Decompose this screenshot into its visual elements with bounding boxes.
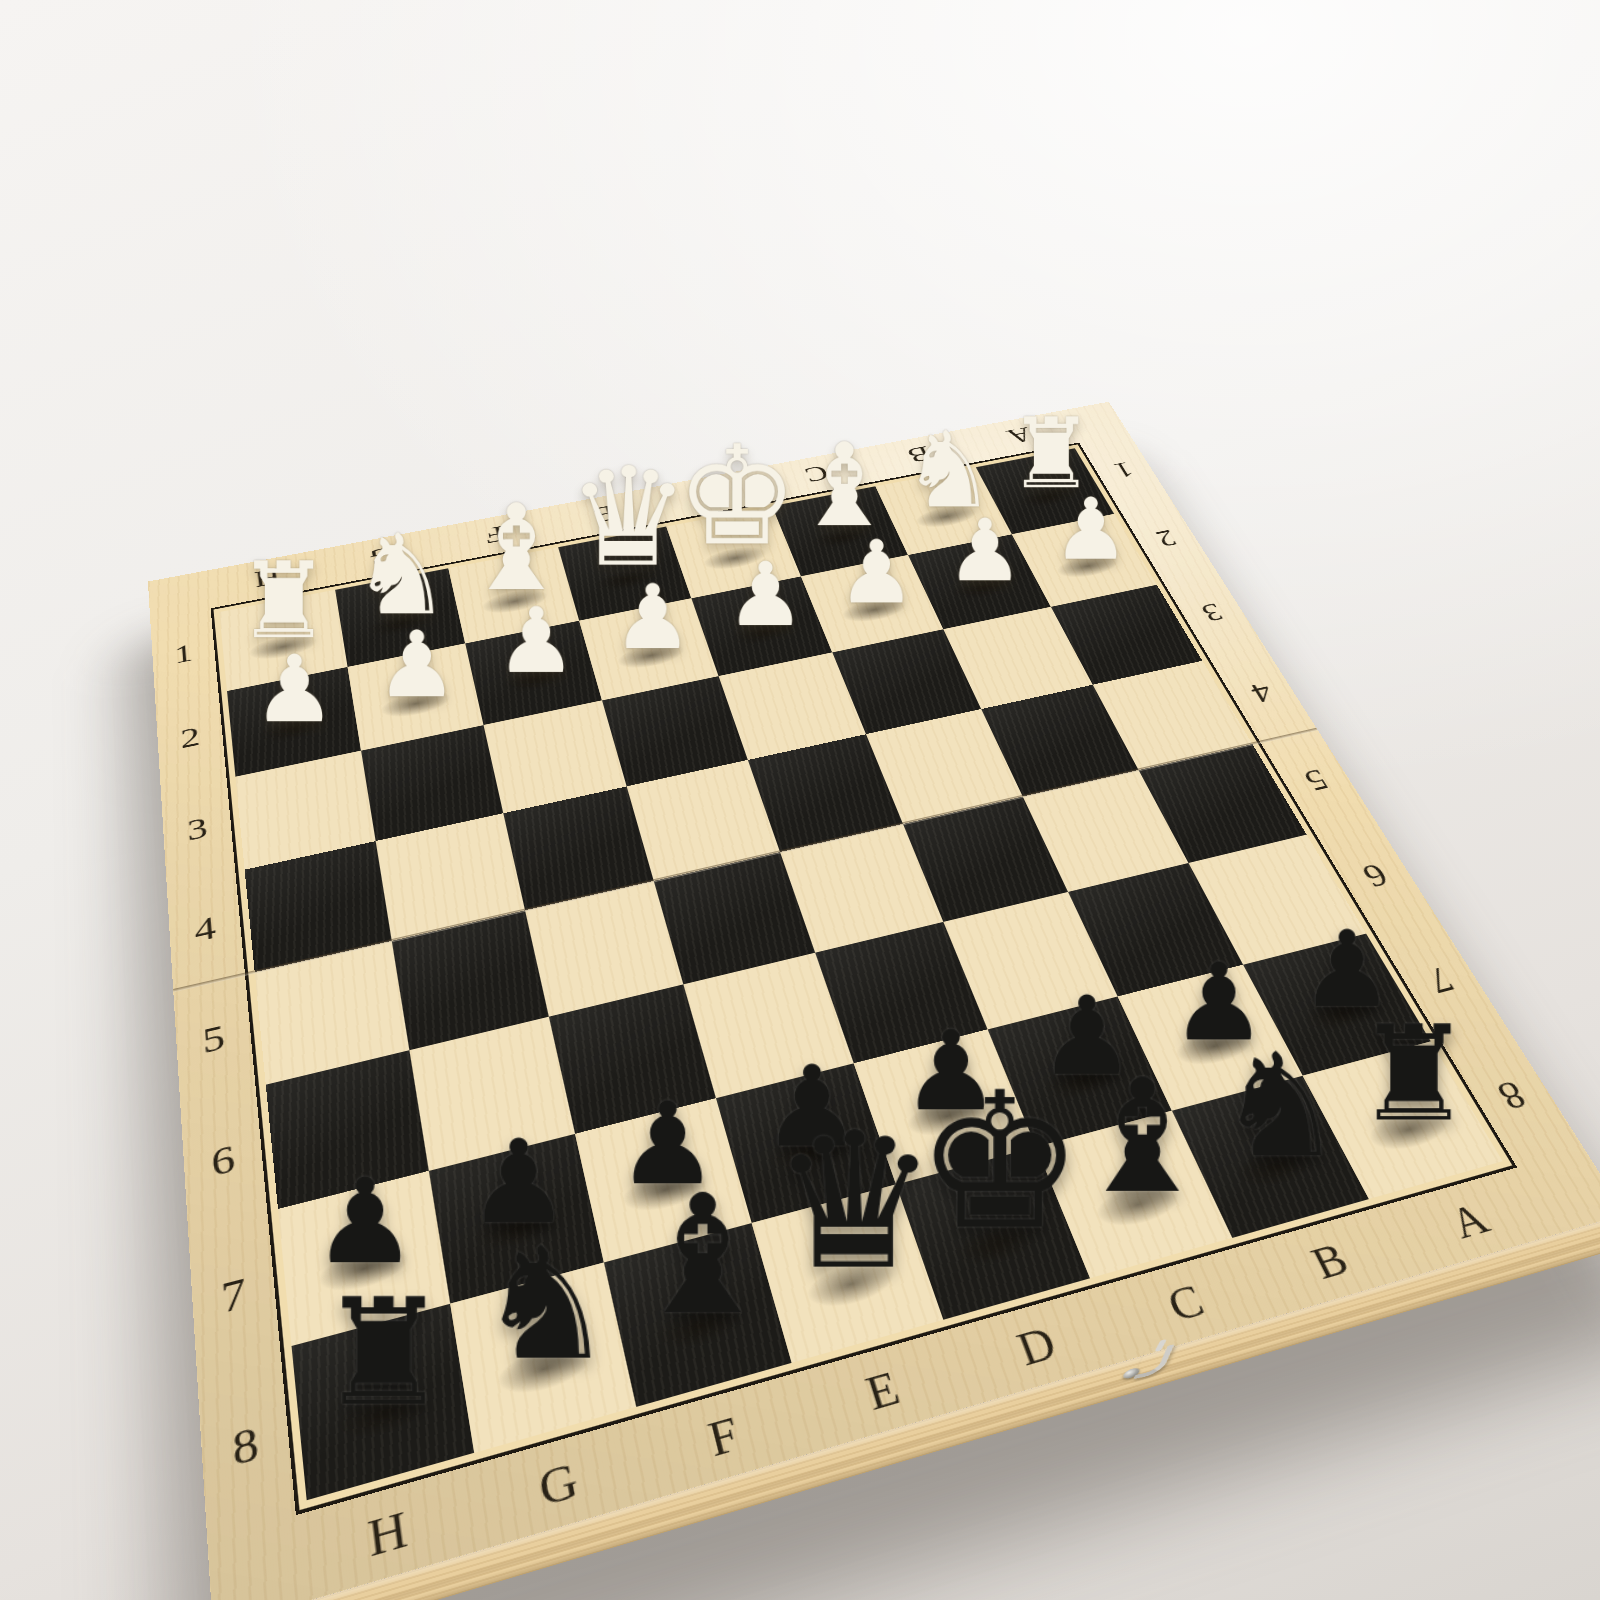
square-g8: ♞ bbox=[450, 1263, 636, 1453]
chess-board: HGFEDCBA HGFEDCBA 12345678 12345678 ♜♞♝♛… bbox=[148, 402, 1600, 1600]
piece-black-bishop-c8: ♝ bbox=[1072, 1059, 1213, 1216]
piece-black-rook-h8: ♜ bbox=[319, 1279, 451, 1426]
piece-white-pawn-f2: ♟ bbox=[496, 596, 577, 686]
square-c4 bbox=[866, 709, 1022, 824]
square-d1: ♚ bbox=[666, 506, 800, 598]
piece-contact-shadow bbox=[687, 537, 783, 580]
piece-contact-shadow bbox=[484, 655, 585, 703]
coordinate-label-G: G bbox=[322, 528, 443, 586]
piece-black-pawn-h7: ♟ bbox=[313, 1162, 418, 1280]
square-b4 bbox=[981, 685, 1139, 797]
coordinate-label-6: 6 bbox=[180, 1089, 267, 1236]
clasp-hook-icon bbox=[1133, 1344, 1174, 1379]
piece-white-pawn-e2: ♟ bbox=[612, 573, 692, 662]
file-labels-top: HGFEDCBA bbox=[207, 411, 1079, 608]
piece-white-pawn-b2: ♟ bbox=[946, 507, 1023, 593]
square-d2: ♟ bbox=[691, 576, 832, 675]
piece-contact-shadow bbox=[794, 517, 889, 559]
square-c1: ♝ bbox=[772, 486, 908, 576]
coordinate-label-F: F bbox=[435, 507, 555, 564]
square-h2: ♟ bbox=[227, 667, 361, 777]
square-f1: ♝ bbox=[448, 547, 579, 643]
piece-contact-shadow bbox=[899, 497, 994, 538]
square-f3 bbox=[483, 700, 627, 814]
piece-black-king-d8: ♚ bbox=[916, 1067, 1084, 1255]
square-f2: ♟ bbox=[465, 621, 602, 725]
piece-white-pawn-c2: ♟ bbox=[838, 529, 916, 616]
piece-contact-shadow bbox=[1038, 545, 1136, 588]
piece-contact-shadow bbox=[824, 588, 923, 633]
piece-black-rook-a8: ♜ bbox=[1355, 1008, 1473, 1140]
coordinate-label-5: 5 bbox=[1260, 729, 1375, 834]
piece-black-knight-g8: ♞ bbox=[477, 1226, 616, 1381]
square-b2: ♟ bbox=[908, 534, 1051, 629]
square-b3 bbox=[943, 607, 1093, 710]
square-h1: ♜ bbox=[219, 590, 347, 691]
square-g1: ♞ bbox=[335, 568, 465, 667]
coordinate-label-2: 2 bbox=[155, 688, 226, 789]
square-f5 bbox=[525, 881, 684, 1017]
coordinate-label-E: E bbox=[545, 487, 665, 542]
piece-black-knight-b8: ♞ bbox=[1216, 1034, 1344, 1177]
square-e2: ♟ bbox=[579, 598, 718, 700]
square-g2: ♟ bbox=[347, 643, 483, 750]
coordinate-label-C: C bbox=[758, 448, 877, 501]
square-h3 bbox=[235, 750, 375, 870]
photo-scene: HGFEDCBA HGFEDCBA 12345678 12345678 ♜♞♝♛… bbox=[0, 0, 1600, 1600]
coordinate-label-4: 4 bbox=[1209, 646, 1317, 742]
coordinate-label-A: A bbox=[961, 411, 1079, 462]
square-g3 bbox=[361, 725, 503, 841]
piece-contact-shadow bbox=[234, 624, 332, 671]
coordinate-label-3: 3 bbox=[1162, 569, 1264, 658]
piece-contact-shadow bbox=[365, 679, 467, 729]
piece-black-queen-e8: ♛ bbox=[769, 1107, 938, 1295]
piece-contact-shadow bbox=[933, 566, 1032, 610]
coordinate-label-D: D bbox=[653, 467, 772, 521]
piece-black-bishop-f8: ♝ bbox=[629, 1173, 776, 1337]
coordinate-label-H: H bbox=[207, 549, 328, 608]
square-f4 bbox=[503, 787, 654, 911]
coordinate-label-1: 1 bbox=[150, 608, 218, 700]
square-c2: ♟ bbox=[801, 555, 943, 652]
square-e3 bbox=[602, 676, 748, 787]
square-b1: ♞ bbox=[875, 467, 1012, 555]
piece-contact-shadow bbox=[1001, 477, 1095, 517]
coordinate-label-2: 2 bbox=[1119, 499, 1215, 581]
coordinate-label-7: 7 bbox=[188, 1216, 281, 1380]
piece-contact-shadow bbox=[600, 632, 701, 679]
coordinate-label-5: 5 bbox=[173, 974, 256, 1107]
piece-contact-shadow bbox=[578, 558, 675, 602]
coordinate-label-3: 3 bbox=[161, 775, 235, 885]
coordinate-label-8: 8 bbox=[197, 1357, 296, 1540]
square-d4 bbox=[748, 734, 903, 852]
square-d3 bbox=[718, 652, 865, 760]
piece-contact-shadow bbox=[243, 703, 346, 754]
piece-contact-shadow bbox=[714, 610, 814, 656]
square-e1: ♛ bbox=[558, 526, 691, 620]
piece-white-pawn-h2: ♟ bbox=[253, 643, 336, 736]
coordinate-label-1: 1 bbox=[1079, 433, 1170, 509]
board-position-wrapper: HGFEDCBA HGFEDCBA 12345678 12345678 ♜♞♝♛… bbox=[190, 262, 1370, 1442]
piece-white-pawn-d2: ♟ bbox=[726, 550, 805, 638]
piece-contact-shadow bbox=[466, 579, 563, 624]
piece-contact-shadow bbox=[352, 601, 450, 647]
square-c3 bbox=[832, 629, 981, 734]
piece-white-pawn-g2: ♟ bbox=[376, 619, 458, 711]
coordinate-label-B: B bbox=[861, 429, 979, 481]
